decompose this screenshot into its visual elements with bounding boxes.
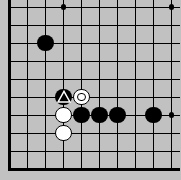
intersection [1,16,19,34]
intersection [55,142,73,160]
intersection [1,70,19,88]
intersection [37,88,55,106]
intersection [73,106,91,124]
intersection [163,16,181,34]
intersection [109,160,127,178]
intersection [91,124,109,142]
star-point [169,112,175,118]
star-point [169,4,175,10]
black-stone [145,107,162,124]
intersection [127,142,145,160]
intersection [19,106,37,124]
intersection [109,0,127,16]
intersection [37,70,55,88]
circle-marker-icon [77,93,86,102]
intersection [163,124,181,142]
intersection [19,124,37,142]
intersection [145,52,163,70]
star-point [61,4,67,10]
intersection [55,124,73,142]
intersection [73,160,91,178]
stone-grid [1,0,181,178]
intersection [127,106,145,124]
intersection [163,52,181,70]
intersection [55,34,73,52]
intersection [127,88,145,106]
intersection [73,70,91,88]
intersection [19,142,37,160]
intersection [91,34,109,52]
intersection [145,0,163,16]
intersection [91,88,109,106]
intersection [73,52,91,70]
intersection [127,16,145,34]
intersection [19,16,37,34]
intersection [109,34,127,52]
intersection [37,34,55,52]
intersection [1,88,19,106]
intersection [163,34,181,52]
intersection [163,70,181,88]
black-stone-triangle-marked [55,89,72,106]
intersection [1,142,19,160]
triangle-marker-icon [56,89,72,105]
intersection [1,124,19,142]
intersection [19,52,37,70]
intersection [73,34,91,52]
intersection [1,106,19,124]
intersection [37,106,55,124]
intersection [163,0,181,16]
intersection [91,70,109,88]
black-stone [109,107,126,124]
intersection [37,52,55,70]
intersection [55,88,73,106]
intersection [55,106,73,124]
intersection [127,160,145,178]
intersection [145,106,163,124]
intersection [19,0,37,16]
intersection [127,52,145,70]
intersection [127,70,145,88]
intersection [145,142,163,160]
intersection [19,34,37,52]
intersection [1,34,19,52]
intersection [91,16,109,34]
intersection [163,88,181,106]
white-stone [55,125,72,142]
go-board [0,0,180,180]
intersection [145,16,163,34]
intersection [55,52,73,70]
intersection [145,88,163,106]
intersection [37,0,55,16]
intersection [1,52,19,70]
white-stone [55,107,72,124]
intersection [55,160,73,178]
intersection [73,88,91,106]
intersection [73,124,91,142]
intersection [109,88,127,106]
intersection [91,142,109,160]
intersection [19,160,37,178]
intersection [73,0,91,16]
intersection [145,70,163,88]
intersection [91,0,109,16]
intersection [163,106,181,124]
intersection [163,160,181,178]
intersection [1,160,19,178]
intersection [163,142,181,160]
black-stone [73,107,90,124]
intersection [55,70,73,88]
white-stone-circle-marked [73,89,90,106]
intersection [91,160,109,178]
intersection [109,106,127,124]
intersection [145,124,163,142]
intersection [91,106,109,124]
intersection [73,16,91,34]
intersection [109,124,127,142]
intersection [145,160,163,178]
intersection [37,160,55,178]
intersection [37,16,55,34]
intersection [55,0,73,16]
intersection [109,16,127,34]
intersection [55,16,73,34]
black-stone [37,35,54,52]
intersection [127,34,145,52]
black-stone [91,107,108,124]
intersection [109,52,127,70]
intersection [145,34,163,52]
intersection [37,142,55,160]
intersection [109,70,127,88]
intersection [19,88,37,106]
intersection [37,124,55,142]
intersection [73,142,91,160]
intersection [1,0,19,16]
intersection [19,70,37,88]
intersection [127,124,145,142]
intersection [91,52,109,70]
intersection [109,142,127,160]
intersection [127,0,145,16]
